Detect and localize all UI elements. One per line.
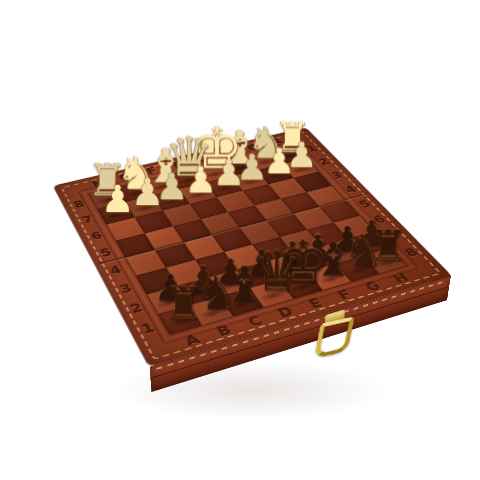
product-photo-stage: ♜♞♝♛♚♝♞♜♟♟♟♟♟♟♟♟♟♟♟♟♟♟♟♟♜♞♝♛♚♝♞♜ 8765432… <box>0 0 480 480</box>
brass-clasp <box>316 307 352 356</box>
clasp-loop <box>314 316 355 359</box>
chess-board-top-face: ♜♞♝♛♚♝♞♜♟♟♟♟♟♟♟♟♟♟♟♟♟♟♟♟♜♞♝♛♚♝♞♜ 8765432… <box>53 128 451 367</box>
dark-rook-a1: ♜ <box>163 282 204 325</box>
folding-chess-box: ♜♞♝♛♚♝♞♜♟♟♟♟♟♟♟♟♟♟♟♟♟♟♟♟♜♞♝♛♚♝♞♜ 8765432… <box>53 128 451 367</box>
